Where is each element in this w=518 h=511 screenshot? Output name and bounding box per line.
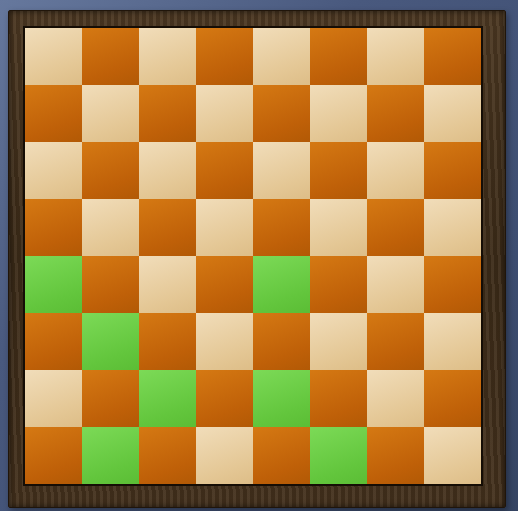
square-c2[interactable] bbox=[139, 370, 196, 427]
square-d4[interactable] bbox=[196, 256, 253, 313]
square-c7[interactable] bbox=[139, 85, 196, 142]
square-b4[interactable] bbox=[82, 256, 139, 313]
square-g3[interactable] bbox=[367, 313, 424, 370]
square-f8[interactable] bbox=[310, 28, 367, 85]
square-d6[interactable] bbox=[196, 142, 253, 199]
square-a8[interactable] bbox=[25, 28, 82, 85]
square-c8[interactable] bbox=[139, 28, 196, 85]
square-g8[interactable] bbox=[367, 28, 424, 85]
square-b5[interactable] bbox=[82, 199, 139, 256]
square-e4[interactable] bbox=[253, 256, 310, 313]
square-h6[interactable] bbox=[424, 142, 481, 199]
square-e1[interactable] bbox=[253, 427, 310, 484]
square-a2[interactable] bbox=[25, 370, 82, 427]
square-g6[interactable] bbox=[367, 142, 424, 199]
square-e2[interactable] bbox=[253, 370, 310, 427]
chess-analysis-screenshot: ♜♞♝♛♚♞♜♟♟♟♟♟♟♟♟♟♙♟♙♟♙♟♙♝♗♞♘♟♙♟♙♟♙♟♙♜♖♝♗♛… bbox=[0, 0, 518, 511]
square-h7[interactable] bbox=[424, 85, 481, 142]
square-c5[interactable] bbox=[139, 199, 196, 256]
square-g7[interactable] bbox=[367, 85, 424, 142]
square-f3[interactable] bbox=[310, 313, 367, 370]
square-d7[interactable] bbox=[196, 85, 253, 142]
square-d2[interactable] bbox=[196, 370, 253, 427]
square-a4[interactable] bbox=[25, 256, 82, 313]
square-c1[interactable] bbox=[139, 427, 196, 484]
square-b1[interactable] bbox=[82, 427, 139, 484]
square-h5[interactable] bbox=[424, 199, 481, 256]
square-e7[interactable] bbox=[253, 85, 310, 142]
square-b7[interactable] bbox=[82, 85, 139, 142]
square-h8[interactable] bbox=[424, 28, 481, 85]
square-f7[interactable] bbox=[310, 85, 367, 142]
square-d5[interactable] bbox=[196, 199, 253, 256]
square-h4[interactable] bbox=[424, 256, 481, 313]
square-d3[interactable] bbox=[196, 313, 253, 370]
square-f1[interactable] bbox=[310, 427, 367, 484]
square-b3[interactable] bbox=[82, 313, 139, 370]
chess-board bbox=[25, 28, 481, 484]
square-h2[interactable] bbox=[424, 370, 481, 427]
square-d8[interactable] bbox=[196, 28, 253, 85]
square-c4[interactable] bbox=[139, 256, 196, 313]
square-e5[interactable] bbox=[253, 199, 310, 256]
square-h3[interactable] bbox=[424, 313, 481, 370]
square-e3[interactable] bbox=[253, 313, 310, 370]
square-c6[interactable] bbox=[139, 142, 196, 199]
square-a6[interactable] bbox=[25, 142, 82, 199]
square-a3[interactable] bbox=[25, 313, 82, 370]
square-g1[interactable] bbox=[367, 427, 424, 484]
square-e8[interactable] bbox=[253, 28, 310, 85]
square-b6[interactable] bbox=[82, 142, 139, 199]
square-a7[interactable] bbox=[25, 85, 82, 142]
square-c3[interactable] bbox=[139, 313, 196, 370]
square-d1[interactable] bbox=[196, 427, 253, 484]
square-g4[interactable] bbox=[367, 256, 424, 313]
square-f4[interactable] bbox=[310, 256, 367, 313]
square-g2[interactable] bbox=[367, 370, 424, 427]
square-g5[interactable] bbox=[367, 199, 424, 256]
square-h1[interactable] bbox=[424, 427, 481, 484]
square-e6[interactable] bbox=[253, 142, 310, 199]
square-b8[interactable] bbox=[82, 28, 139, 85]
square-f2[interactable] bbox=[310, 370, 367, 427]
square-a1[interactable] bbox=[25, 427, 82, 484]
square-a5[interactable] bbox=[25, 199, 82, 256]
square-f6[interactable] bbox=[310, 142, 367, 199]
square-b2[interactable] bbox=[82, 370, 139, 427]
square-f5[interactable] bbox=[310, 199, 367, 256]
